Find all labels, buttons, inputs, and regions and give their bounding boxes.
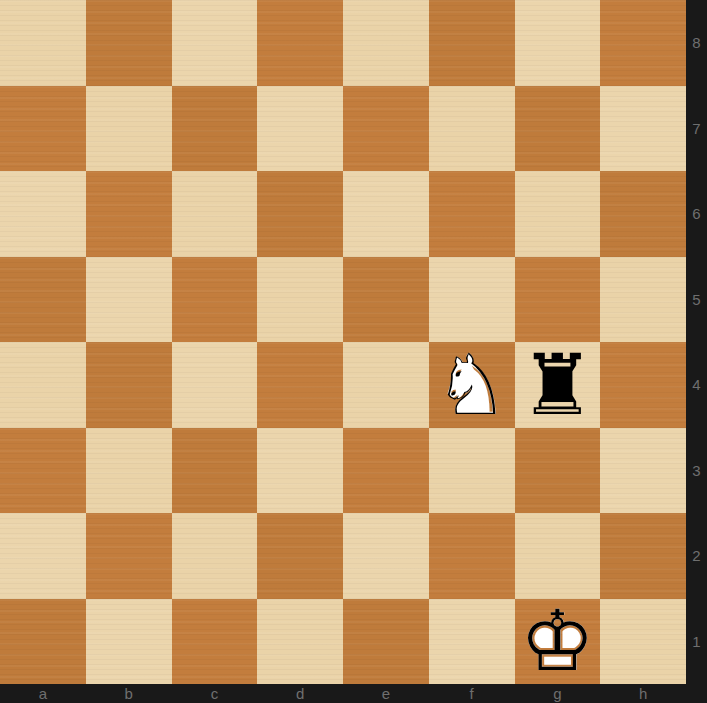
square-c5[interactable] [172,257,258,343]
square-c7[interactable] [172,86,258,172]
square-c1[interactable] [172,599,258,685]
rank-label-4: 4 [686,342,707,428]
file-label-f: f [429,684,515,703]
square-f4[interactable]: ♞♘ [429,342,515,428]
rank-label-3: 3 [686,428,707,514]
square-f8[interactable] [429,0,515,86]
file-label-b: b [86,684,172,703]
white-king-fill-glyph: ♚ [515,599,601,685]
rank-label-8: 8 [686,0,707,86]
square-d4[interactable] [257,342,343,428]
square-e5[interactable] [343,257,429,343]
square-h8[interactable] [600,0,686,86]
square-e4[interactable] [343,342,429,428]
square-c4[interactable] [172,342,258,428]
square-h3[interactable] [600,428,686,514]
square-g1[interactable]: ♚♔ [515,599,601,685]
file-label-e: e [343,684,429,703]
file-label-d: d [257,684,343,703]
square-a8[interactable] [0,0,86,86]
file-label-a: a [0,684,86,703]
square-d2[interactable] [257,513,343,599]
square-d5[interactable] [257,257,343,343]
square-h2[interactable] [600,513,686,599]
square-c8[interactable] [172,0,258,86]
square-b7[interactable] [86,86,172,172]
square-a6[interactable] [0,171,86,257]
rank-label-7: 7 [686,86,707,172]
square-g8[interactable] [515,0,601,86]
square-g6[interactable] [515,171,601,257]
square-b3[interactable] [86,428,172,514]
square-f7[interactable] [429,86,515,172]
square-h7[interactable] [600,86,686,172]
square-d3[interactable] [257,428,343,514]
square-h5[interactable] [600,257,686,343]
square-g3[interactable] [515,428,601,514]
rank-label-6: 6 [686,171,707,257]
square-e7[interactable] [343,86,429,172]
rank-coordinates: 87654321 [686,0,707,684]
square-a7[interactable] [0,86,86,172]
file-label-g: g [515,684,601,703]
square-d7[interactable] [257,86,343,172]
square-e2[interactable] [343,513,429,599]
square-h4[interactable] [600,342,686,428]
rank-label-5: 5 [686,257,707,343]
chess-board[interactable]: ♞♘♜♚♔ [0,0,686,684]
square-f6[interactable] [429,171,515,257]
square-f1[interactable] [429,599,515,685]
square-a2[interactable] [0,513,86,599]
square-b4[interactable] [86,342,172,428]
file-label-c: c [172,684,258,703]
square-f3[interactable] [429,428,515,514]
file-coordinates: abcdefgh [0,684,686,703]
black-rook[interactable]: ♜ [515,342,601,428]
square-e6[interactable] [343,171,429,257]
square-c3[interactable] [172,428,258,514]
square-c6[interactable] [172,171,258,257]
square-g2[interactable] [515,513,601,599]
square-h1[interactable] [600,599,686,685]
rank-label-1: 1 [686,599,707,685]
square-b8[interactable] [86,0,172,86]
square-h6[interactable] [600,171,686,257]
square-d6[interactable] [257,171,343,257]
square-g5[interactable] [515,257,601,343]
square-g7[interactable] [515,86,601,172]
white-knight-outline-glyph: ♘ [429,342,515,428]
square-g4[interactable]: ♜ [515,342,601,428]
square-a4[interactable] [0,342,86,428]
square-a3[interactable] [0,428,86,514]
white-king-outline-glyph: ♔ [515,599,601,685]
square-e1[interactable] [343,599,429,685]
white-knight[interactable]: ♞♘ [429,342,515,428]
square-b6[interactable] [86,171,172,257]
square-c2[interactable] [172,513,258,599]
square-a5[interactable] [0,257,86,343]
square-f5[interactable] [429,257,515,343]
white-king[interactable]: ♚♔ [515,599,601,685]
rank-label-2: 2 [686,513,707,599]
square-d8[interactable] [257,0,343,86]
square-f2[interactable] [429,513,515,599]
black-rook-fill-glyph: ♜ [515,342,601,428]
square-b1[interactable] [86,599,172,685]
square-b2[interactable] [86,513,172,599]
square-a1[interactable] [0,599,86,685]
file-label-h: h [600,684,686,703]
square-e8[interactable] [343,0,429,86]
white-knight-fill-glyph: ♞ [429,342,515,428]
chess-app: ♞♘♜♚♔ 87654321 abcdefgh [0,0,707,703]
square-d1[interactable] [257,599,343,685]
square-b5[interactable] [86,257,172,343]
square-e3[interactable] [343,428,429,514]
